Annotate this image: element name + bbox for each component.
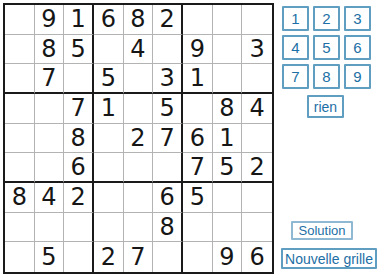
grid-cell-r2c9[interactable]: 3 [242,35,272,65]
grid-cell-r1c6[interactable]: 2 [153,5,183,35]
grid-cell-r4c5[interactable] [124,94,154,124]
grid-cell-r8c1[interactable] [5,213,35,243]
numpad-button-6[interactable]: 6 [344,35,371,60]
grid-cell-r5c9[interactable] [242,124,272,154]
grid-cell-r3c3[interactable] [64,64,94,94]
numpad-button-2[interactable]: 2 [313,6,340,31]
grid-cell-r7c9[interactable] [242,183,272,213]
grid-cell-r8c4[interactable] [94,213,124,243]
grid-cell-r6c9[interactable]: 2 [242,153,272,183]
grid-cell-r9c9[interactable]: 6 [242,242,272,272]
grid-cell-r7c4[interactable] [94,183,124,213]
grid-cell-r9c1[interactable] [5,242,35,272]
grid-cell-r5c1[interactable] [5,124,35,154]
grid-cell-r2c1[interactable] [5,35,35,65]
grid-cell-r7c5[interactable] [124,183,154,213]
numpad-button-7[interactable]: 7 [282,64,309,89]
grid-cell-r1c9[interactable] [242,5,272,35]
grid-cell-r3c4[interactable]: 5 [94,64,124,94]
grid-cell-r1c2[interactable]: 9 [35,5,65,35]
grid-cell-r1c5[interactable]: 8 [124,5,154,35]
grid-cell-r1c4[interactable]: 6 [94,5,124,35]
grid-cell-r9c5[interactable]: 7 [124,242,154,272]
numpad-button-9[interactable]: 9 [344,64,371,89]
grid-cell-r4c4[interactable]: 1 [94,94,124,124]
grid-cell-r4c2[interactable] [35,94,65,124]
grid-cell-r2c3[interactable]: 5 [64,35,94,65]
grid-cell-r5c7[interactable]: 6 [183,124,213,154]
grid-cell-r4c7[interactable] [183,94,213,124]
grid-cell-r3c7[interactable]: 1 [183,64,213,94]
grid-cell-r9c7[interactable] [183,242,213,272]
grid-cell-r8c9[interactable] [242,213,272,243]
grid-cell-r2c2[interactable]: 8 [35,35,65,65]
solution-button[interactable]: Solution [291,221,353,240]
grid-cell-r5c4[interactable] [94,124,124,154]
sudoku-board: 916828549375317158482761675284265852796 [3,3,274,274]
grid-cell-r1c7[interactable] [183,5,213,35]
grid-cell-r6c3[interactable]: 6 [64,153,94,183]
number-pad: 1 2 3 4 5 6 7 8 9 [282,6,371,89]
grid-cell-r5c8[interactable]: 1 [213,124,243,154]
grid-cell-r7c3[interactable]: 2 [64,183,94,213]
grid-cell-r9c8[interactable]: 9 [213,242,243,272]
numpad-button-8[interactable]: 8 [313,64,340,89]
grid-cell-r9c2[interactable]: 5 [35,242,65,272]
grid-cell-r6c5[interactable] [124,153,154,183]
grid-cell-r7c7[interactable]: 5 [183,183,213,213]
grid-cell-r2c4[interactable] [94,35,124,65]
grid-cell-r6c6[interactable] [153,153,183,183]
grid-cell-r6c1[interactable] [5,153,35,183]
clear-cell-button[interactable]: rien [307,95,344,118]
grid-cell-r8c8[interactable] [213,213,243,243]
grid-cell-r8c3[interactable] [64,213,94,243]
numpad-button-4[interactable]: 4 [282,35,309,60]
grid-cell-r7c8[interactable] [213,183,243,213]
grid-cell-r2c5[interactable]: 4 [124,35,154,65]
grid-cell-r5c2[interactable] [35,124,65,154]
grid-cell-r7c2[interactable]: 4 [35,183,65,213]
grid-cell-r5c6[interactable]: 7 [153,124,183,154]
grid-cell-r3c6[interactable]: 3 [153,64,183,94]
grid-cell-r3c2[interactable]: 7 [35,64,65,94]
sudoku-app: 916828549375317158482761675284265852796 … [0,0,381,278]
grid-cell-r8c5[interactable] [124,213,154,243]
grid-cell-r3c1[interactable] [5,64,35,94]
grid-cell-r9c6[interactable] [153,242,183,272]
grid-cell-r6c2[interactable] [35,153,65,183]
grid-cell-r4c6[interactable]: 5 [153,94,183,124]
grid-cell-r5c5[interactable]: 2 [124,124,154,154]
grid-cell-r3c8[interactable] [213,64,243,94]
grid-cell-r6c4[interactable] [94,153,124,183]
grid-cell-r2c7[interactable]: 9 [183,35,213,65]
grid-cell-r3c5[interactable] [124,64,154,94]
grid-cell-r8c2[interactable] [35,213,65,243]
grid-cell-r8c6[interactable]: 8 [153,213,183,243]
grid-cell-r8c7[interactable] [183,213,213,243]
grid-cell-r7c6[interactable]: 6 [153,183,183,213]
grid-cell-r7c1[interactable]: 8 [5,183,35,213]
grid-cell-r9c3[interactable] [64,242,94,272]
new-grid-button[interactable]: Nouvelle grille [281,248,377,269]
grid-cell-r1c1[interactable] [5,5,35,35]
grid-cell-r9c4[interactable]: 2 [94,242,124,272]
grid-cell-r6c7[interactable]: 7 [183,153,213,183]
grid-cell-r1c3[interactable]: 1 [64,5,94,35]
grid-cell-r6c8[interactable]: 5 [213,153,243,183]
grid-cell-r4c1[interactable] [5,94,35,124]
numpad-button-5[interactable]: 5 [313,35,340,60]
grid-cell-r5c3[interactable]: 8 [64,124,94,154]
numpad-button-3[interactable]: 3 [344,6,371,31]
numpad-button-1[interactable]: 1 [282,6,309,31]
grid-cell-r2c8[interactable] [213,35,243,65]
grid-cell-r4c8[interactable]: 8 [213,94,243,124]
grid-cell-r2c6[interactable] [153,35,183,65]
grid-cell-r4c9[interactable]: 4 [242,94,272,124]
grid-cell-r4c3[interactable]: 7 [64,94,94,124]
grid-cell-r3c9[interactable] [242,64,272,94]
grid-cell-r1c8[interactable] [213,5,243,35]
